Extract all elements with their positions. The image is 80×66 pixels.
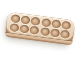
pit-r2c4[interactable] [40, 27, 50, 36]
pit-r2c2[interactable] [19, 25, 29, 34]
pit-r2c3[interactable] [30, 26, 40, 35]
pit-r1c5[interactable] [51, 19, 61, 28]
pit-r1c3[interactable] [31, 17, 41, 26]
pit-r2c1[interactable] [9, 23, 19, 32]
pit-cell-r2c6 [60, 29, 71, 40]
pit-r1c2[interactable] [21, 15, 31, 24]
pit-r1c6[interactable] [61, 21, 71, 30]
product-photo-stage [0, 0, 80, 66]
mancala-board [5, 12, 76, 46]
pit-r1c4[interactable] [41, 18, 51, 27]
pit-r1c1[interactable] [10, 14, 20, 23]
pit-r2c6[interactable] [60, 30, 70, 39]
pit-r2c5[interactable] [50, 29, 60, 38]
board-body [5, 12, 76, 46]
